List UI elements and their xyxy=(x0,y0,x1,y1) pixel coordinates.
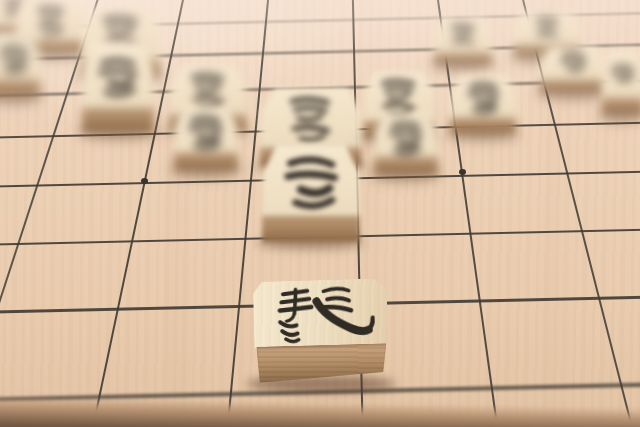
shogi-piece xyxy=(450,76,516,133)
board-star-point xyxy=(141,178,148,184)
shogi-piece xyxy=(602,50,640,114)
board-star-point xyxy=(459,169,466,175)
shogi-piece xyxy=(434,18,492,64)
shogi-piece xyxy=(540,46,606,92)
shogi-piece xyxy=(174,108,238,170)
uma-kanji-calligraphy xyxy=(266,282,376,345)
shogi-piece xyxy=(374,114,438,174)
shogi-piece xyxy=(262,144,360,242)
shogi-piece xyxy=(82,42,154,132)
shogi-piece xyxy=(0,34,40,96)
shogi-photo-scene xyxy=(0,0,640,427)
focus-piece-uma xyxy=(254,280,392,390)
focus-piece-side-edge xyxy=(256,343,387,383)
board-front-edge xyxy=(0,395,640,427)
